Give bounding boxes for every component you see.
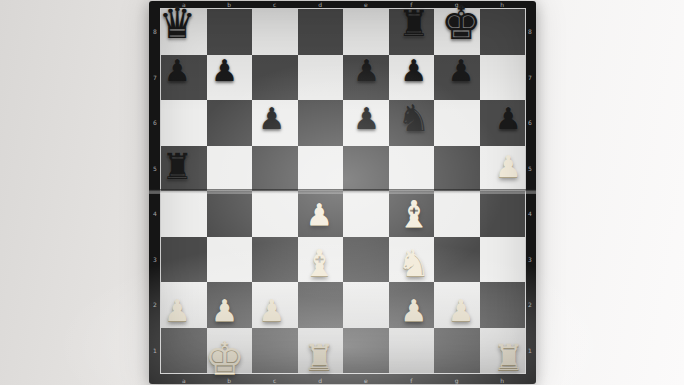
- piece-white-rook[interactable]: ♜: [297, 336, 343, 382]
- square-d6[interactable]: [298, 100, 344, 146]
- square-b1[interactable]: ♚: [207, 328, 253, 374]
- square-f5[interactable]: [389, 146, 435, 192]
- file-label-a: a: [161, 377, 207, 384]
- square-a3[interactable]: [161, 237, 207, 283]
- file-label-h: h: [480, 1, 526, 8]
- piece-black-king[interactable]: ♚: [439, 1, 485, 47]
- square-b6[interactable]: [207, 100, 253, 146]
- square-g2[interactable]: ♟: [434, 282, 480, 328]
- square-d7[interactable]: [298, 55, 344, 101]
- square-c2[interactable]: ♟: [252, 282, 298, 328]
- rank-label-3: 3: [524, 237, 536, 283]
- piece-black-pawn[interactable]: ♟: [344, 96, 390, 141]
- rank-label-3: 3: [149, 237, 161, 283]
- square-h2[interactable]: [480, 282, 526, 328]
- square-f4[interactable]: ♝: [389, 191, 435, 237]
- rank-label-1: 1: [149, 328, 161, 374]
- square-a4[interactable]: [161, 191, 207, 237]
- piece-white-rook[interactable]: ♜: [486, 336, 532, 382]
- square-f1[interactable]: [389, 328, 435, 374]
- square-c6[interactable]: ♟: [252, 100, 298, 146]
- square-a5[interactable]: ♜: [161, 146, 207, 192]
- square-e7[interactable]: ♟: [343, 55, 389, 101]
- piece-white-pawn[interactable]: ♟: [249, 288, 294, 334]
- rank-label-6: 6: [149, 100, 161, 146]
- piece-black-pawn[interactable]: ♟: [249, 96, 294, 141]
- square-c8[interactable]: [252, 9, 298, 55]
- square-e6[interactable]: ♟: [343, 100, 389, 146]
- file-label-d: d: [298, 1, 344, 8]
- piece-white-knight[interactable]: ♞: [391, 240, 437, 286]
- square-e4[interactable]: [343, 191, 389, 237]
- square-e5[interactable]: [343, 146, 389, 192]
- square-f7[interactable]: ♟: [389, 55, 435, 101]
- square-e3[interactable]: [343, 237, 389, 283]
- square-a2[interactable]: ♟: [161, 282, 207, 328]
- square-d2[interactable]: [298, 282, 344, 328]
- piece-black-pawn[interactable]: ♟: [344, 49, 390, 95]
- rank-label-4: 4: [524, 191, 536, 237]
- piece-black-pawn[interactable]: ♟: [439, 49, 485, 95]
- file-label-e: e: [343, 1, 389, 8]
- piece-black-rook[interactable]: ♜: [155, 144, 201, 190]
- rank-label-7: 7: [524, 55, 536, 101]
- square-h1[interactable]: ♜: [480, 328, 526, 374]
- square-f2[interactable]: ♟: [389, 282, 435, 328]
- chess-board: ♛♜♚♟♟♟♟♟♟♟♞♟♜♟♟♝♝♞♟♟♟♟♟♚♜♜: [161, 9, 525, 373]
- square-a1[interactable]: [161, 328, 207, 374]
- square-g6[interactable]: [434, 100, 480, 146]
- file-label-c: c: [252, 1, 298, 8]
- piece-black-queen[interactable]: ♛: [155, 1, 201, 47]
- piece-black-pawn[interactable]: ♟: [155, 49, 201, 95]
- square-d1[interactable]: ♜: [298, 328, 344, 374]
- square-h6[interactable]: ♟: [480, 100, 526, 146]
- file-label-c: c: [252, 377, 298, 384]
- square-c4[interactable]: [252, 191, 298, 237]
- square-c7[interactable]: [252, 55, 298, 101]
- piece-white-pawn[interactable]: ♟: [297, 192, 343, 238]
- square-g5[interactable]: [434, 146, 480, 192]
- file-label-g: g: [434, 377, 480, 384]
- piece-white-pawn[interactable]: ♟: [391, 288, 437, 334]
- square-c5[interactable]: [252, 146, 298, 192]
- square-c1[interactable]: [252, 328, 298, 374]
- square-g1[interactable]: [434, 328, 480, 374]
- square-b5[interactable]: [207, 146, 253, 192]
- piece-white-pawn[interactable]: ♟: [202, 288, 248, 334]
- square-e2[interactable]: [343, 282, 389, 328]
- square-d8[interactable]: [298, 9, 344, 55]
- square-c3[interactable]: [252, 237, 298, 283]
- piece-black-pawn[interactable]: ♟: [202, 49, 248, 95]
- square-g7[interactable]: ♟: [434, 55, 480, 101]
- piece-white-pawn[interactable]: ♟: [439, 288, 485, 334]
- piece-white-bishop[interactable]: ♝: [297, 240, 343, 286]
- rank-labels-right: 87654321: [524, 9, 536, 373]
- piece-black-pawn[interactable]: ♟: [391, 49, 437, 95]
- square-d4[interactable]: ♟: [298, 191, 344, 237]
- piece-white-king[interactable]: ♚: [202, 336, 248, 382]
- file-label-f: f: [389, 377, 435, 384]
- piece-white-bishop[interactable]: ♝: [391, 192, 437, 238]
- photo-background: abcdefgh abcdefgh 87654321 87654321 ♛♜♚♟…: [0, 0, 684, 385]
- piece-black-rook[interactable]: ♜: [391, 1, 437, 47]
- square-h7[interactable]: [480, 55, 526, 101]
- square-f6[interactable]: ♞: [389, 100, 435, 146]
- square-h3[interactable]: [480, 237, 526, 283]
- square-b2[interactable]: ♟: [207, 282, 253, 328]
- rank-label-2: 2: [524, 282, 536, 328]
- square-b4[interactable]: [207, 191, 253, 237]
- piece-black-pawn[interactable]: ♟: [486, 96, 532, 141]
- square-d3[interactable]: ♝: [298, 237, 344, 283]
- square-h5[interactable]: ♟: [480, 146, 526, 192]
- square-d5[interactable]: [298, 146, 344, 192]
- board-frame: abcdefgh abcdefgh 87654321 87654321 ♛♜♚♟…: [149, 1, 536, 384]
- piece-white-pawn[interactable]: ♟: [155, 288, 201, 334]
- square-g4[interactable]: [434, 191, 480, 237]
- file-label-e: e: [343, 377, 389, 384]
- square-a7[interactable]: ♟: [161, 55, 207, 101]
- piece-black-knight[interactable]: ♞: [391, 96, 437, 141]
- square-h4[interactable]: [480, 191, 526, 237]
- rank-label-8: 8: [524, 9, 536, 55]
- square-b3[interactable]: [207, 237, 253, 283]
- square-g3[interactable]: [434, 237, 480, 283]
- square-b7[interactable]: ♟: [207, 55, 253, 101]
- rank-label-4: 4: [149, 191, 161, 237]
- square-a6[interactable]: [161, 100, 207, 146]
- square-e1[interactable]: [343, 328, 389, 374]
- file-label-b: b: [207, 1, 253, 8]
- piece-white-pawn[interactable]: ♟: [486, 144, 532, 190]
- square-h8[interactable]: [480, 9, 526, 55]
- square-f3[interactable]: ♞: [389, 237, 435, 283]
